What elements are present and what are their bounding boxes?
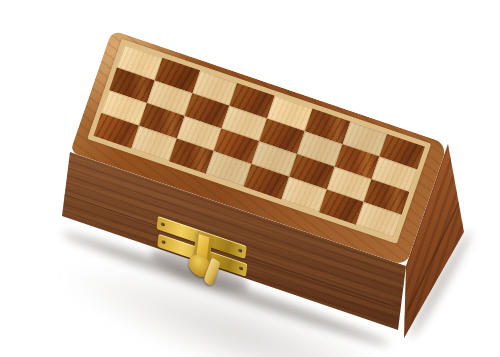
screw-icon [161, 222, 165, 227]
screw-icon [238, 248, 242, 253]
product-photo-canvas [0, 0, 500, 357]
screw-icon [239, 266, 243, 271]
screw-icon [162, 240, 166, 245]
